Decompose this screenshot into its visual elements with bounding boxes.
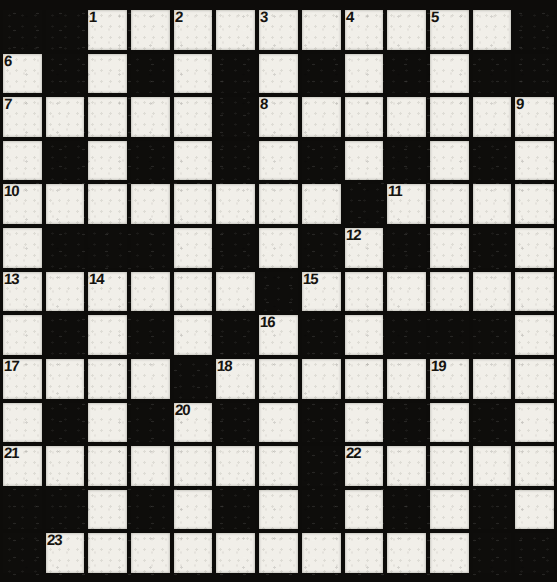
white-cell-r8c3[interactable] [88, 315, 127, 355]
white-cell-r5c5[interactable] [174, 184, 213, 224]
white-cell-r1c5[interactable]: 2 [174, 10, 213, 50]
white-cell-r4c13[interactable] [515, 141, 554, 181]
white-cell-r2c7[interactable] [259, 54, 298, 94]
white-cell-r5c4[interactable] [131, 184, 170, 224]
white-cell-r9c3[interactable] [88, 359, 127, 399]
white-cell-r13c8[interactable] [302, 533, 341, 573]
black-cell-r12c10 [387, 490, 426, 530]
white-cell-r13c6[interactable] [216, 533, 255, 573]
black-cell-r8c10 [387, 315, 426, 355]
black-cell-r6c8 [302, 228, 341, 268]
clue-number-13: 13 [4, 271, 20, 287]
white-cell-r3c4[interactable] [131, 97, 170, 137]
black-cell-r6c2 [46, 228, 85, 268]
white-cell-r10c5[interactable]: 20 [174, 403, 213, 443]
white-cell-r8c1[interactable] [3, 315, 42, 355]
black-cell-r8c8 [302, 315, 341, 355]
white-cell-r10c7[interactable] [259, 403, 298, 443]
clue-number-21: 21 [4, 445, 20, 461]
white-cell-r12c11[interactable] [430, 490, 469, 530]
black-cell-r2c4 [131, 54, 170, 94]
white-cell-r11c4[interactable] [131, 446, 170, 486]
white-cell-r9c7[interactable] [259, 359, 298, 399]
white-cell-r13c10[interactable] [387, 533, 426, 573]
white-cell-r7c6[interactable] [216, 272, 255, 312]
black-cell-r10c12 [473, 403, 512, 443]
white-cell-r11c5[interactable] [174, 446, 213, 486]
clue-number-18: 18 [217, 358, 233, 374]
white-cell-r11c13[interactable] [515, 446, 554, 486]
black-cell-r12c2 [46, 490, 85, 530]
black-cell-r12c12 [473, 490, 512, 530]
white-cell-r1c3[interactable]: 1 [88, 10, 127, 50]
black-cell-r1c2 [46, 10, 85, 50]
white-cell-r7c4[interactable] [131, 272, 170, 312]
black-cell-r10c6 [216, 403, 255, 443]
black-cell-r12c8 [302, 490, 341, 530]
white-cell-r5c13[interactable] [515, 184, 554, 224]
white-cell-r5c1[interactable]: 10 [3, 184, 42, 224]
black-cell-r6c12 [473, 228, 512, 268]
white-cell-r3c12[interactable] [473, 97, 512, 137]
white-cell-r11c1[interactable]: 21 [3, 446, 42, 486]
white-cell-r13c4[interactable] [131, 533, 170, 573]
white-cell-r7c11[interactable] [430, 272, 469, 312]
black-cell-r13c12 [473, 533, 512, 573]
white-cell-r3c11[interactable] [430, 97, 469, 137]
white-cell-r12c7[interactable] [259, 490, 298, 530]
black-cell-r10c10 [387, 403, 426, 443]
black-cell-r12c1 [3, 490, 42, 530]
white-cell-r11c12[interactable] [473, 446, 512, 486]
white-cell-r1c11[interactable]: 5 [430, 10, 469, 50]
black-cell-r6c3 [88, 228, 127, 268]
white-cell-r4c3[interactable] [88, 141, 127, 181]
white-cell-r12c3[interactable] [88, 490, 127, 530]
white-cell-r5c6[interactable] [216, 184, 255, 224]
clue-number-16: 16 [260, 314, 276, 330]
white-cell-r11c10[interactable] [387, 446, 426, 486]
white-cell-r8c5[interactable] [174, 315, 213, 355]
white-cell-r2c11[interactable] [430, 54, 469, 94]
white-cell-r2c1[interactable]: 6 [3, 54, 42, 94]
black-cell-r6c6 [216, 228, 255, 268]
white-cell-r13c9[interactable] [345, 533, 384, 573]
white-cell-r3c5[interactable] [174, 97, 213, 137]
white-cell-r6c9[interactable]: 12 [345, 228, 384, 268]
clue-number-4: 4 [345, 9, 353, 25]
black-cell-r8c6 [216, 315, 255, 355]
black-cell-r2c12 [473, 54, 512, 94]
white-cell-r13c5[interactable] [174, 533, 213, 573]
white-cell-r7c3[interactable]: 14 [88, 272, 127, 312]
white-cell-r7c8[interactable]: 15 [302, 272, 341, 312]
clue-number-8: 8 [260, 96, 268, 112]
white-cell-r6c11[interactable] [430, 228, 469, 268]
white-cell-r3c10[interactable] [387, 97, 426, 137]
clue-number-15: 15 [302, 271, 318, 287]
white-cell-r7c5[interactable] [174, 272, 213, 312]
clue-number-10: 10 [4, 183, 20, 199]
white-cell-r4c9[interactable] [345, 141, 384, 181]
white-cell-r9c6[interactable]: 18 [216, 359, 255, 399]
clue-number-7: 7 [4, 96, 12, 112]
white-cell-r2c9[interactable] [345, 54, 384, 94]
white-cell-r4c7[interactable] [259, 141, 298, 181]
black-cell-r3c6 [216, 97, 255, 137]
white-cell-r10c3[interactable] [88, 403, 127, 443]
black-cell-r8c4 [131, 315, 170, 355]
black-cell-r13c13 [515, 533, 554, 573]
black-cell-r8c2 [46, 315, 85, 355]
white-cell-r12c13[interactable] [515, 490, 554, 530]
clue-number-20: 20 [174, 402, 190, 418]
black-cell-r4c8 [302, 141, 341, 181]
white-cell-r11c2[interactable] [46, 446, 85, 486]
white-cell-r13c11[interactable] [430, 533, 469, 573]
black-cell-r4c4 [131, 141, 170, 181]
white-cell-r6c13[interactable] [515, 228, 554, 268]
white-cell-r2c5[interactable] [174, 54, 213, 94]
white-cell-r5c8[interactable] [302, 184, 341, 224]
white-cell-r5c2[interactable] [46, 184, 85, 224]
black-cell-r8c12 [473, 315, 512, 355]
clue-number-14: 14 [89, 271, 105, 287]
white-cell-r7c2[interactable] [46, 272, 85, 312]
white-cell-r9c13[interactable] [515, 359, 554, 399]
clue-number-2: 2 [174, 9, 182, 25]
black-cell-r2c2 [46, 54, 85, 94]
clue-number-3: 3 [260, 9, 268, 25]
white-cell-r10c1[interactable] [3, 403, 42, 443]
white-cell-r3c9[interactable] [345, 97, 384, 137]
white-cell-r9c12[interactable] [473, 359, 512, 399]
black-cell-r10c4 [131, 403, 170, 443]
white-cell-r5c12[interactable] [473, 184, 512, 224]
black-cell-r10c8 [302, 403, 341, 443]
white-cell-r9c11[interactable]: 19 [430, 359, 469, 399]
clue-number-19: 19 [431, 358, 447, 374]
white-cell-r11c6[interactable] [216, 446, 255, 486]
white-cell-r12c5[interactable] [174, 490, 213, 530]
black-cell-r4c6 [216, 141, 255, 181]
white-cell-r11c11[interactable] [430, 446, 469, 486]
black-cell-r4c10 [387, 141, 426, 181]
white-cell-r12c9[interactable] [345, 490, 384, 530]
white-cell-r6c7[interactable] [259, 228, 298, 268]
black-cell-r8c11 [430, 315, 469, 355]
black-cell-r1c13 [515, 10, 554, 50]
white-cell-r4c5[interactable] [174, 141, 213, 181]
black-cell-r6c10 [387, 228, 426, 268]
white-cell-r11c3[interactable] [88, 446, 127, 486]
white-cell-r8c9[interactable] [345, 315, 384, 355]
black-cell-r4c12 [473, 141, 512, 181]
white-cell-r9c10[interactable] [387, 359, 426, 399]
white-cell-r3c8[interactable] [302, 97, 341, 137]
white-cell-r3c7[interactable]: 8 [259, 97, 298, 137]
black-cell-r7c7 [259, 272, 298, 312]
clue-number-22: 22 [345, 445, 361, 461]
white-cell-r9c4[interactable] [131, 359, 170, 399]
white-cell-r11c9[interactable]: 22 [345, 446, 384, 486]
black-cell-r4c2 [46, 141, 85, 181]
white-cell-r1c12[interactable] [473, 10, 512, 50]
white-cell-r9c2[interactable] [46, 359, 85, 399]
clue-number-1: 1 [89, 9, 97, 25]
white-cell-r8c7[interactable]: 16 [259, 315, 298, 355]
black-cell-r2c13 [515, 54, 554, 94]
white-cell-r13c3[interactable] [88, 533, 127, 573]
white-cell-r7c9[interactable] [345, 272, 384, 312]
black-cell-r12c4 [131, 490, 170, 530]
white-cell-r7c1[interactable]: 13 [3, 272, 42, 312]
white-cell-r7c13[interactable] [515, 272, 554, 312]
white-cell-r11c7[interactable] [259, 446, 298, 486]
white-cell-r6c5[interactable] [174, 228, 213, 268]
white-cell-r4c1[interactable] [3, 141, 42, 181]
white-cell-r5c11[interactable] [430, 184, 469, 224]
clue-number-12: 12 [345, 227, 361, 243]
white-cell-r10c13[interactable] [515, 403, 554, 443]
white-cell-r1c6[interactable] [216, 10, 255, 50]
clue-number-6: 6 [4, 53, 12, 69]
white-cell-r1c7[interactable]: 3 [259, 10, 298, 50]
black-cell-r9c5 [174, 359, 213, 399]
white-cell-r10c11[interactable] [430, 403, 469, 443]
black-cell-r10c2 [46, 403, 85, 443]
black-cell-r6c4 [131, 228, 170, 268]
white-cell-r9c9[interactable] [345, 359, 384, 399]
black-cell-r2c10 [387, 54, 426, 94]
white-cell-r3c2[interactable] [46, 97, 85, 137]
black-cell-r11c8 [302, 446, 341, 486]
white-cell-r5c7[interactable] [259, 184, 298, 224]
white-cell-r5c3[interactable] [88, 184, 127, 224]
white-cell-r9c1[interactable]: 17 [3, 359, 42, 399]
white-cell-r5c10[interactable]: 11 [387, 184, 426, 224]
clue-number-11: 11 [388, 183, 403, 199]
white-cell-r8c13[interactable] [515, 315, 554, 355]
white-cell-r1c8[interactable] [302, 10, 341, 50]
white-cell-r1c10[interactable] [387, 10, 426, 50]
white-cell-r1c9[interactable]: 4 [345, 10, 384, 50]
white-cell-r7c10[interactable] [387, 272, 426, 312]
clue-number-23: 23 [46, 532, 62, 548]
white-cell-r9c8[interactable] [302, 359, 341, 399]
white-cell-r3c1[interactable]: 7 [3, 97, 42, 137]
black-cell-r13c1 [3, 533, 42, 573]
black-cell-r2c6 [216, 54, 255, 94]
crossword-board: 1234567891011121314151617181920212223 [0, 0, 557, 582]
clue-number-9: 9 [516, 96, 524, 112]
white-cell-r6c1[interactable] [3, 228, 42, 268]
white-cell-r2c3[interactable] [88, 54, 127, 94]
black-cell-r2c8 [302, 54, 341, 94]
clue-number-17: 17 [4, 358, 20, 374]
white-cell-r3c13[interactable]: 9 [515, 97, 554, 137]
black-cell-r12c6 [216, 490, 255, 530]
white-cell-r10c9[interactable] [345, 403, 384, 443]
white-cell-r7c12[interactable] [473, 272, 512, 312]
clue-number-5: 5 [431, 9, 439, 25]
black-cell-r5c9 [345, 184, 384, 224]
white-cell-r13c2[interactable]: 23 [46, 533, 85, 573]
black-cell-r1c1 [3, 10, 42, 50]
white-cell-r4c11[interactable] [430, 141, 469, 181]
white-cell-r1c4[interactable] [131, 10, 170, 50]
white-cell-r13c7[interactable] [259, 533, 298, 573]
white-cell-r3c3[interactable] [88, 97, 127, 137]
